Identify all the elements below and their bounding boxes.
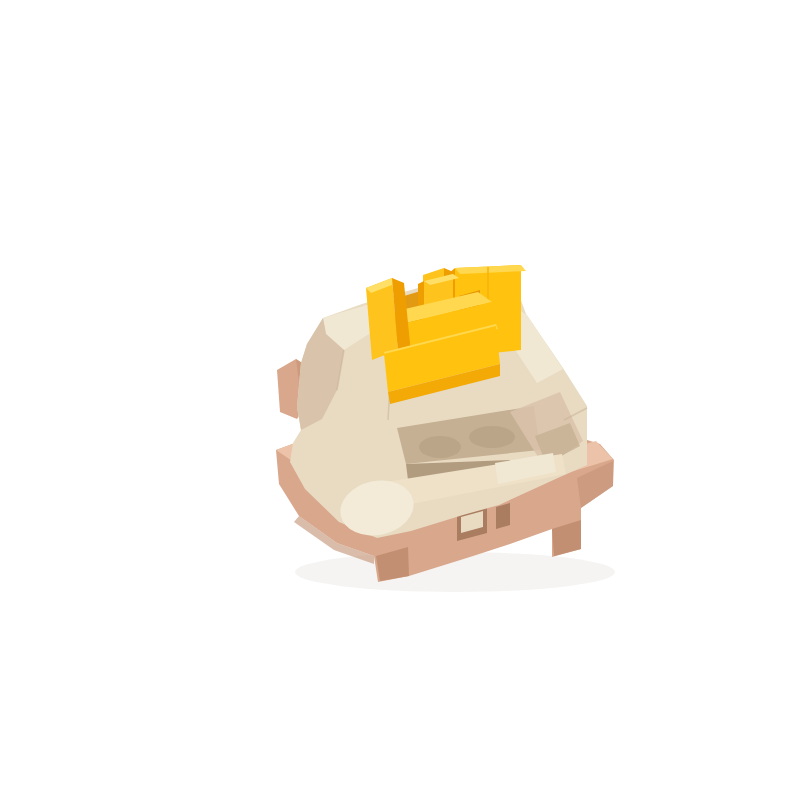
product-photo: Three-quarter overhead product photo of …: [40, 16, 800, 800]
top-housing-window-scallop-right: [469, 426, 515, 448]
bottom-housing-latch-slot-small: [496, 503, 510, 529]
switch-illustration: [40, 16, 800, 800]
top-housing-window-scallop-left: [419, 436, 461, 458]
